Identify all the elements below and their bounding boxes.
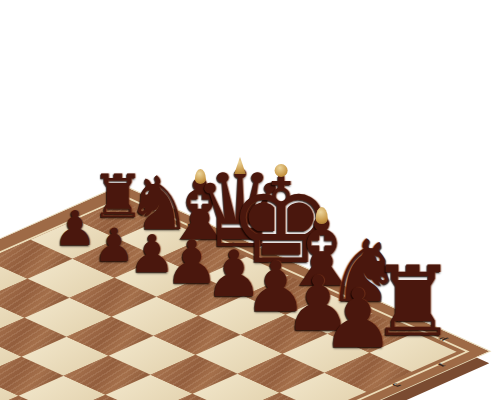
piece-a2-white-pawn[interactable]: ♟	[53, 204, 96, 252]
piece-h2-white-pawn[interactable]: ♟	[321, 278, 395, 360]
pawn-glyph: ♟	[321, 278, 395, 360]
gold-finial-knob	[275, 164, 288, 177]
chess-set-photo-scene: 87654321abcdefgh ♜♞♝♛♚♝♞♜♟♟♟♟♟♟♟♟	[0, 0, 500, 400]
pawn-glyph: ♟	[53, 204, 96, 252]
product-photo-background: { "game": "chess", "scene": { "descripti…	[0, 0, 500, 400]
